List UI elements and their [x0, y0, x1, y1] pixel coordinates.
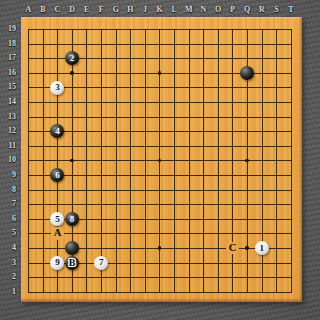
go-stone-black-D17[interactable]: 2 [65, 51, 79, 65]
row-label-6: 6 [0, 212, 17, 227]
col-label-M: M [182, 3, 197, 16]
row-label-13: 13 [0, 110, 17, 125]
col-label-H: H [123, 3, 138, 16]
row-label-9: 9 [0, 168, 17, 183]
intersection-D4[interactable] [65, 241, 80, 256]
intersection-R4[interactable]: 1 [255, 241, 270, 256]
go-stone-black-C9[interactable]: 6 [50, 168, 64, 182]
go-stone-black-D4[interactable] [65, 241, 79, 255]
row-label-1: 1 [0, 285, 17, 300]
col-label-J: J [138, 3, 153, 16]
go-stone-black-C12[interactable]: 4 [50, 124, 64, 138]
col-label-T: T [284, 3, 299, 16]
row-label-7: 7 [0, 197, 17, 212]
row-label-19: 19 [0, 22, 17, 37]
go-stone-white-F3[interactable]: 7 [94, 256, 108, 270]
col-label-C: C [50, 3, 65, 16]
row-label-18: 18 [0, 37, 17, 52]
row-label-11: 11 [0, 139, 17, 154]
intersection-P4[interactable]: C [225, 241, 240, 256]
go-stone-white-C15[interactable]: 3 [50, 81, 64, 95]
intersection-C12[interactable]: 4 [50, 124, 65, 139]
col-label-A: A [21, 3, 36, 16]
row-label-17: 17 [0, 51, 17, 66]
go-stone-white-R4[interactable]: 1 [255, 241, 269, 255]
row-label-14: 14 [0, 95, 17, 110]
intersection-C3[interactable]: 9 [50, 256, 65, 271]
intersection-D17[interactable]: 2 [65, 51, 80, 66]
col-label-S: S [269, 3, 284, 16]
row-label-8: 8 [0, 183, 17, 198]
goban[interactable]: 2346589B71AC [21, 17, 302, 302]
row-label-16: 16 [0, 66, 17, 81]
col-label-B: B [36, 3, 51, 16]
intersection-C15[interactable]: 3 [50, 80, 65, 95]
variation-mark-C-P4[interactable]: C [226, 242, 239, 255]
row-labels: 19181716151413121110987654321 [0, 22, 17, 300]
col-label-R: R [255, 3, 270, 16]
intersection-D6[interactable]: 8 [65, 212, 80, 227]
col-label-F: F [94, 3, 109, 16]
intersection-C6[interactable]: 5 [50, 212, 65, 227]
go-stone-black-Q16[interactable] [240, 66, 254, 80]
go-diagram: ABCDEFGHJKLMNOPQRST 19181716151413121110… [0, 0, 320, 320]
row-label-4: 4 [0, 241, 17, 256]
row-label-12: 12 [0, 124, 17, 139]
intersection-C9[interactable]: 6 [50, 168, 65, 183]
col-label-N: N [196, 3, 211, 16]
col-label-P: P [225, 3, 240, 16]
go-stone-white-C3[interactable]: 9 [50, 256, 64, 270]
col-label-E: E [79, 3, 94, 16]
variation-mark-A-C5[interactable]: A [51, 227, 64, 240]
row-label-2: 2 [0, 270, 17, 285]
col-label-K: K [152, 3, 167, 16]
row-label-5: 5 [0, 226, 17, 241]
column-labels: ABCDEFGHJKLMNOPQRST [21, 3, 299, 16]
intersection-D3[interactable]: B [65, 256, 80, 271]
col-label-D: D [65, 3, 80, 16]
intersection-C5[interactable]: A [50, 226, 65, 241]
intersections-grid[interactable]: 2346589B71AC [21, 22, 298, 299]
col-label-L: L [167, 3, 182, 16]
col-label-O: O [211, 3, 226, 16]
go-stone-black-D3[interactable]: B [65, 256, 79, 270]
row-label-10: 10 [0, 153, 17, 168]
row-label-3: 3 [0, 256, 17, 271]
go-stone-white-C6[interactable]: 5 [50, 212, 64, 226]
intersection-F3[interactable]: 7 [94, 256, 109, 271]
row-label-15: 15 [0, 80, 17, 95]
go-stone-black-D6[interactable]: 8 [65, 212, 79, 226]
col-label-G: G [109, 3, 124, 16]
col-label-Q: Q [240, 3, 255, 16]
intersection-Q16[interactable] [240, 66, 255, 81]
